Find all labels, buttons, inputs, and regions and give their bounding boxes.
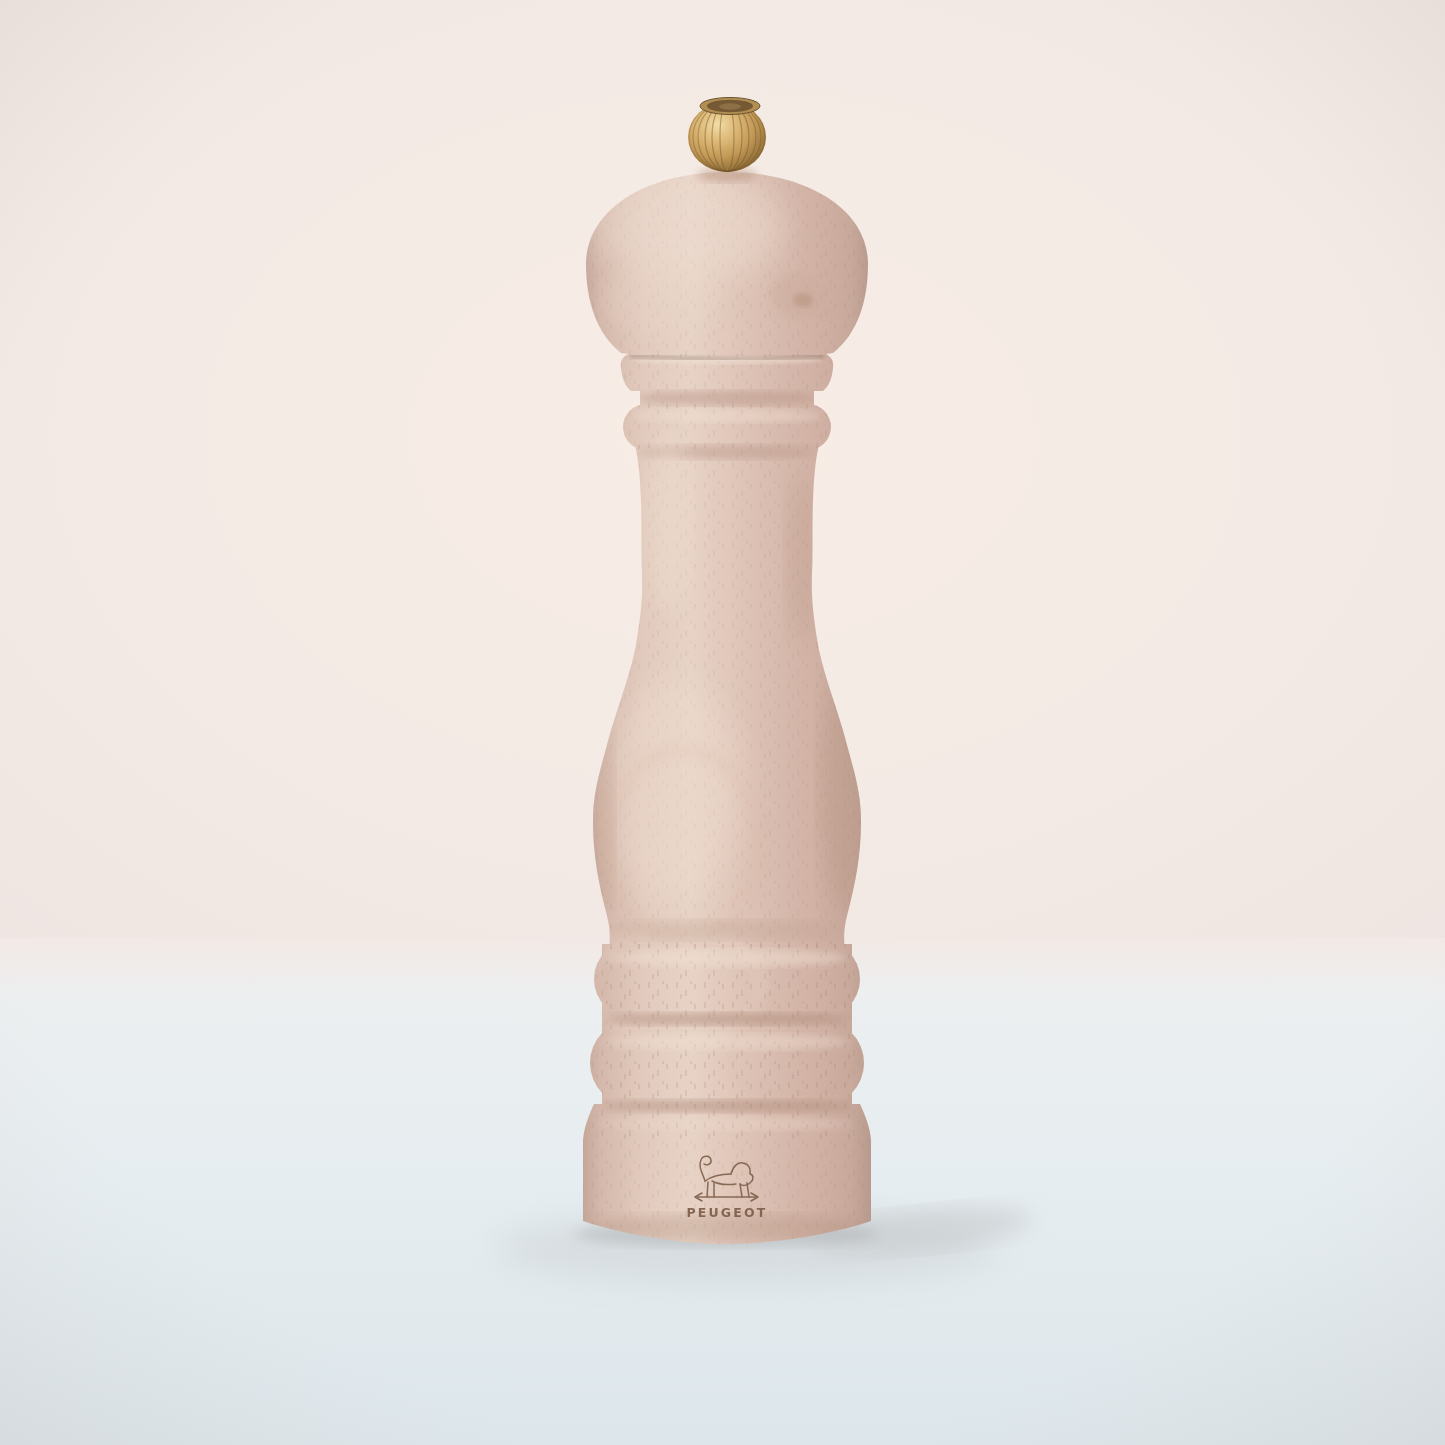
vignette-overlay [0, 0, 1445, 1445]
product-photo: PEUGEOT [0, 0, 1445, 1445]
